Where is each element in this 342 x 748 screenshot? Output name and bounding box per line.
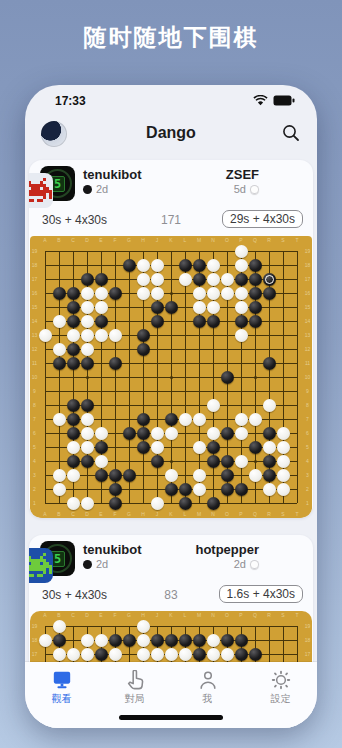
board-cell-N14	[206, 314, 220, 328]
white-stone	[221, 648, 234, 661]
board-cell-N19	[206, 619, 220, 633]
black-stone	[179, 497, 192, 510]
board-cell-L19	[178, 244, 192, 258]
board-cell-D10	[80, 370, 94, 384]
white-stone	[207, 427, 220, 440]
invader-pixel	[49, 571, 52, 574]
black-stone	[235, 648, 248, 661]
board-cell-N18	[206, 633, 220, 647]
board-cell-P15	[234, 300, 248, 314]
board-cell-T18	[290, 633, 304, 647]
board-cell-L12	[178, 342, 192, 356]
board-cell-J17	[150, 272, 164, 286]
board-cell-J12	[150, 342, 164, 356]
board-cell-R12	[262, 342, 276, 356]
white-stone	[235, 259, 248, 272]
board-cell-G11	[122, 356, 136, 370]
board-coordinates-letters: ABCDEFGHJKLMNOPQRST	[38, 237, 304, 243]
black-stone	[193, 315, 206, 328]
status-bar: 17:33	[25, 93, 317, 111]
board-cell-G18	[122, 258, 136, 272]
board-cell-S16	[276, 286, 290, 300]
board-cell-R1	[262, 496, 276, 510]
board-cell-J13	[150, 328, 164, 342]
board-cell-P11	[234, 356, 248, 370]
board-cell-D19	[80, 619, 94, 633]
board-cell-T17	[290, 647, 304, 661]
board-cell-N19	[206, 244, 220, 258]
black-stone	[151, 315, 164, 328]
board-cell-C9	[66, 384, 80, 398]
board-cell-P13	[234, 328, 248, 342]
white-stone	[81, 287, 94, 300]
board-cell-H5	[136, 440, 150, 454]
black-stone	[249, 315, 262, 328]
star-point	[86, 376, 89, 379]
game1-white-time-chip: 29s + 4x30s	[222, 210, 303, 228]
board-cell-L10	[178, 370, 192, 384]
board-cell-N4	[206, 454, 220, 468]
black-stone	[67, 399, 80, 412]
white-stone	[221, 273, 234, 286]
board-cell-D8	[80, 398, 94, 412]
board-cell-E8	[94, 398, 108, 412]
white-stone	[249, 413, 262, 426]
board-cell-K8	[164, 398, 178, 412]
game1-white-avatar	[29, 173, 53, 208]
board-cell-B17	[52, 647, 66, 661]
board-cell-Q4	[248, 454, 262, 468]
board-cell-C11	[66, 356, 80, 370]
board-cell-M19	[192, 244, 206, 258]
board-cell-A16	[38, 286, 52, 300]
board-cell-O18	[220, 633, 234, 647]
board-cell-G3	[122, 468, 136, 482]
board-cell-C2	[66, 482, 80, 496]
board-cell-O16	[220, 286, 234, 300]
board-cell-M17	[192, 647, 206, 661]
board-cell-F18	[108, 258, 122, 272]
board-cell-A4	[38, 454, 52, 468]
board-cell-F16	[108, 286, 122, 300]
board-cell-M5	[192, 440, 206, 454]
board-cell-O5	[220, 440, 234, 454]
board-cell-H19	[136, 244, 150, 258]
board-cell-R14	[262, 314, 276, 328]
game1-header: 5 tenukibot 2d ZSEF 5d	[29, 160, 313, 211]
black-stone	[179, 483, 192, 496]
white-stone	[207, 287, 220, 300]
black-stone	[67, 427, 80, 440]
board-cell-A14	[38, 314, 52, 328]
board-cell-J7	[150, 412, 164, 426]
black-stone	[123, 469, 136, 482]
board-cell-N3	[206, 468, 220, 482]
board-cell-L9	[178, 384, 192, 398]
white-stone	[81, 329, 94, 342]
wifi-icon	[253, 95, 268, 106]
board-cell-M14	[192, 314, 206, 328]
board-cell-L15	[178, 300, 192, 314]
white-stone	[53, 620, 66, 633]
board-cell-D18	[80, 633, 94, 647]
board-cell-K19	[164, 619, 178, 633]
board-cell-P16	[234, 286, 248, 300]
board-cell-F9	[108, 384, 122, 398]
board-cell-P2	[234, 482, 248, 496]
black-stone	[221, 455, 234, 468]
board-cell-E3	[94, 468, 108, 482]
board-cell-B2	[52, 482, 66, 496]
black-stone	[165, 301, 178, 314]
board-cell-G18	[122, 633, 136, 647]
board-cell-T17	[290, 272, 304, 286]
board-cell-B17	[52, 272, 66, 286]
black-stone	[95, 469, 108, 482]
board-cell-F11	[108, 356, 122, 370]
board-cell-R4	[262, 454, 276, 468]
white-stone	[81, 634, 94, 647]
board-coordinates-letters: ABCDEFGHJKLMNOPQRST	[38, 612, 304, 618]
board-cell-G19	[122, 244, 136, 258]
board-cell-A18	[38, 258, 52, 272]
white-stone	[67, 469, 80, 482]
board-cell-Q2	[248, 482, 262, 496]
white-stone	[235, 455, 248, 468]
white-stone	[81, 315, 94, 328]
game1-black-name: tenukibot	[83, 167, 142, 182]
board-cell-Q19	[248, 619, 262, 633]
board-cell-D15	[80, 300, 94, 314]
white-stone	[221, 287, 234, 300]
board-cell-H11	[136, 356, 150, 370]
board-cell-K14	[164, 314, 178, 328]
board-cell-A17	[38, 647, 52, 661]
board-cell-E2	[94, 482, 108, 496]
board-cell-Q17	[248, 272, 262, 286]
black-stone	[263, 427, 276, 440]
board-cell-D1	[80, 496, 94, 510]
home-indicator[interactable]	[119, 715, 223, 720]
white-stone	[193, 483, 206, 496]
board-cell-M13	[192, 328, 206, 342]
board-cell-B19	[52, 619, 66, 633]
board-cell-S7	[276, 412, 290, 426]
board-cell-Q9	[248, 384, 262, 398]
board-cell-M7	[192, 412, 206, 426]
black-stone	[67, 287, 80, 300]
white-stone	[193, 441, 206, 454]
board-cell-T6	[290, 426, 304, 440]
board-cell-G17	[122, 272, 136, 286]
black-stone	[221, 427, 234, 440]
board-cell-R17	[262, 272, 276, 286]
board-cell-B14	[52, 314, 66, 328]
black-stone	[137, 343, 150, 356]
board-cell-O13	[220, 328, 234, 342]
board-cell-S17	[276, 647, 290, 661]
board-cell-P14	[234, 314, 248, 328]
star-point	[254, 376, 257, 379]
board-cell-J15	[150, 300, 164, 314]
board-cell-L5	[178, 440, 192, 454]
board-cell-B1	[52, 496, 66, 510]
board-cell-Q1	[248, 496, 262, 510]
board-cell-A7	[38, 412, 52, 426]
board-cell-L6	[178, 426, 192, 440]
board-cell-K17	[164, 272, 178, 286]
board-cell-T15	[290, 300, 304, 314]
black-stone	[109, 469, 122, 482]
person-icon	[197, 670, 219, 690]
board-cell-E18	[94, 258, 108, 272]
board-cell-B9	[52, 384, 66, 398]
game2-header: 5 tenukibot 2d hotpepper 2d	[29, 535, 313, 586]
board-coordinates-numbers: 19181716151413121110987654321	[31, 244, 38, 510]
board-cell-H8	[136, 398, 150, 412]
board-cell-J16	[150, 286, 164, 300]
board-cell-K6	[164, 426, 178, 440]
black-stone	[109, 497, 122, 510]
go-board-1: ABCDEFGHJKLMNOPQRSTABCDEFGHJKLMNOPQRST19…	[30, 236, 312, 518]
board-cell-O12	[220, 342, 234, 356]
board-cell-P18	[234, 258, 248, 272]
board-cell-L18	[178, 258, 192, 272]
board-cell-F18	[108, 633, 122, 647]
board-cell-N18	[206, 258, 220, 272]
board-cell-J3	[150, 468, 164, 482]
invader-pixel	[43, 571, 46, 574]
board-cell-T11	[290, 356, 304, 370]
board-cell-A12	[38, 342, 52, 356]
board-cell-E4	[94, 454, 108, 468]
board-cell-T19	[290, 619, 304, 633]
board-cell-B5	[52, 440, 66, 454]
board-cell-B10	[52, 370, 66, 384]
board-cell-M3	[192, 468, 206, 482]
board-cell-E17	[94, 647, 108, 661]
board-cell-F13	[108, 328, 122, 342]
board-cell-S6	[276, 426, 290, 440]
board-cell-L16	[178, 286, 192, 300]
board-cell-L11	[178, 356, 192, 370]
board-cell-O4	[220, 454, 234, 468]
board-cell-Q16	[248, 286, 262, 300]
hand-icon	[124, 670, 146, 690]
board-cell-P7	[234, 412, 248, 426]
board-cell-J5	[150, 440, 164, 454]
black-stone	[249, 259, 262, 272]
status-time: 17:33	[55, 94, 86, 108]
board-cell-E12	[94, 342, 108, 356]
board-cell-D2	[80, 482, 94, 496]
board-cell-P1	[234, 496, 248, 510]
board-cell-F1	[108, 496, 122, 510]
board-cell-C13	[66, 328, 80, 342]
board-cell-M11	[192, 356, 206, 370]
board-cell-N9	[206, 384, 220, 398]
search-icon[interactable]	[281, 123, 301, 143]
black-stone	[221, 483, 234, 496]
white-stone	[179, 273, 192, 286]
board-cell-J4	[150, 454, 164, 468]
white-stone	[137, 634, 150, 647]
board-cell-P6	[234, 426, 248, 440]
board-cell-R9	[262, 384, 276, 398]
white-stone	[67, 329, 80, 342]
game2-white-time-chip: 1.6s + 4x30s	[219, 585, 303, 603]
game2-white-name: hotpepper	[195, 542, 259, 557]
white-stone	[137, 287, 150, 300]
board-cell-D5	[80, 440, 94, 454]
board-cell-C12	[66, 342, 80, 356]
board-cell-A17	[38, 272, 52, 286]
tab-games[interactable]: 對局	[98, 666, 171, 710]
white-stone	[81, 648, 94, 661]
board-cell-D13	[80, 328, 94, 342]
black-stone	[249, 273, 262, 286]
black-stone	[207, 315, 220, 328]
board-cell-C14	[66, 314, 80, 328]
black-stone	[193, 259, 206, 272]
board-cell-G6	[122, 426, 136, 440]
board-cell-H17	[136, 272, 150, 286]
black-stone	[137, 427, 150, 440]
board-cell-H18	[136, 633, 150, 647]
black-stone	[67, 357, 80, 370]
board-cell-E6	[94, 426, 108, 440]
board-cell-C18	[66, 633, 80, 647]
white-stone	[53, 315, 66, 328]
board-cell-C7	[66, 412, 80, 426]
board-cell-S3	[276, 468, 290, 482]
board-cell-H10	[136, 370, 150, 384]
black-stone	[137, 441, 150, 454]
tab-settings[interactable]: 設定	[244, 666, 317, 710]
board-cell-E9	[94, 384, 108, 398]
board-cell-Q7	[248, 412, 262, 426]
black-stone	[249, 301, 262, 314]
board-cell-T1	[290, 496, 304, 510]
board-cell-R19	[262, 244, 276, 258]
white-stone	[109, 329, 122, 342]
hero-title: 随时随地下围棋	[0, 22, 342, 53]
board-cell-O14	[220, 314, 234, 328]
board-cell-N6	[206, 426, 220, 440]
board-cell-S12	[276, 342, 290, 356]
white-stone	[165, 648, 178, 661]
board-cell-L18	[178, 633, 192, 647]
board-cell-A5	[38, 440, 52, 454]
white-stone	[235, 245, 248, 258]
board-cell-F10	[108, 370, 122, 384]
board-cell-S19	[276, 244, 290, 258]
board-cell-E11	[94, 356, 108, 370]
white-stone	[263, 441, 276, 454]
board-cell-L17	[178, 647, 192, 661]
board-cell-P19	[234, 619, 248, 633]
board-cell-N5	[206, 440, 220, 454]
black-stone	[151, 301, 164, 314]
black-stone	[263, 455, 276, 468]
black-stone	[67, 413, 80, 426]
board-cell-D16	[80, 286, 94, 300]
white-stone	[235, 329, 248, 342]
board-cell-H16	[136, 286, 150, 300]
board-cell-J8	[150, 398, 164, 412]
board-cell-F2	[108, 482, 122, 496]
invader-pixel	[40, 199, 43, 202]
board-cell-L8	[178, 398, 192, 412]
tab-me[interactable]: 我	[171, 666, 244, 710]
white-stone	[235, 427, 248, 440]
board-cell-H9	[136, 384, 150, 398]
board-cell-R5	[262, 440, 276, 454]
white-stone	[277, 455, 290, 468]
board-cell-K19	[164, 244, 178, 258]
board-cell-K2	[164, 482, 178, 496]
black-stone	[81, 273, 94, 286]
board-cell-G2	[122, 482, 136, 496]
white-stone	[67, 648, 80, 661]
black-stone	[67, 301, 80, 314]
white-stone	[39, 329, 52, 342]
board-cell-G16	[122, 286, 136, 300]
black-stone	[263, 273, 276, 286]
board-cell-J9	[150, 384, 164, 398]
invader-pixel	[49, 196, 52, 199]
black-stone	[235, 634, 248, 647]
board-cell-F8	[108, 398, 122, 412]
white-stone-dot	[250, 560, 259, 569]
board-cell-D17	[80, 647, 94, 661]
board-cell-F19	[108, 244, 122, 258]
board-cell-Q18	[248, 258, 262, 272]
gear-icon	[270, 670, 292, 690]
board-cell-F15	[108, 300, 122, 314]
black-stone	[263, 287, 276, 300]
board-cell-P17	[234, 647, 248, 661]
board-cell-F4	[108, 454, 122, 468]
board-cell-R19	[262, 619, 276, 633]
board-cell-T16	[290, 286, 304, 300]
board-cell-M10	[192, 370, 206, 384]
board-cell-S14	[276, 314, 290, 328]
white-stone	[81, 413, 94, 426]
board-cell-C8	[66, 398, 80, 412]
board-cell-P9	[234, 384, 248, 398]
black-stone	[109, 634, 122, 647]
board-cell-D18	[80, 258, 94, 272]
white-stone	[263, 399, 276, 412]
white-stone	[53, 413, 66, 426]
tab-watch[interactable]: 觀看	[25, 666, 98, 710]
board-cell-H18	[136, 258, 150, 272]
board-cell-K18	[164, 633, 178, 647]
white-stone	[249, 469, 262, 482]
black-stone	[235, 315, 248, 328]
board-cell-P3	[234, 468, 248, 482]
board-cell-C17	[66, 647, 80, 661]
board-cell-A2	[38, 482, 52, 496]
board-cell-F7	[108, 412, 122, 426]
board-cell-H1	[136, 496, 150, 510]
board-cell-R18	[262, 258, 276, 272]
game-card-1[interactable]: 5 tenukibot 2d ZSEF 5d 30s + 4x30s 171	[29, 160, 313, 518]
board-cell-L14	[178, 314, 192, 328]
board-cell-P5	[234, 440, 248, 454]
board-cell-S18	[276, 258, 290, 272]
